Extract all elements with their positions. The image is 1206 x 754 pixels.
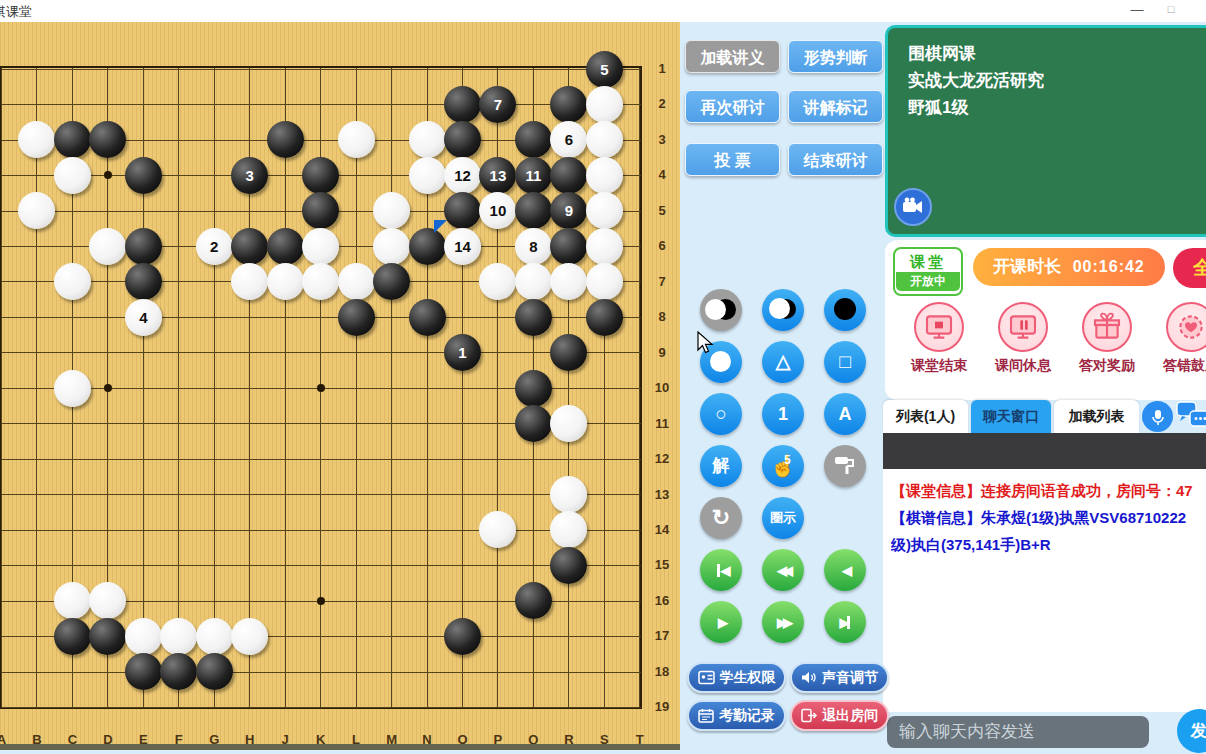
white-stone-G17[interactable]	[196, 618, 233, 655]
coord-row-19: 19	[648, 699, 676, 714]
black-stone-O2[interactable]	[444, 86, 481, 123]
refresh-button[interactable]: ↻	[700, 497, 742, 539]
black-stone-Q5[interactable]	[515, 192, 552, 229]
quan-shi-button[interactable]: 圈示	[762, 497, 804, 539]
black-stone-glyph	[834, 298, 856, 320]
coord-row-18: 18	[648, 664, 676, 679]
white-stone-D6[interactable]	[89, 228, 126, 265]
white-stone-L7[interactable]	[338, 263, 375, 300]
white-stone-C10[interactable]	[54, 370, 91, 407]
explain-mark-button[interactable]: 讲解标记	[788, 90, 883, 123]
black-stone-E4[interactable]	[125, 157, 162, 194]
white-stone-glyph	[769, 298, 790, 319]
white-stone-L3[interactable]	[338, 121, 375, 158]
chat-message-kifu-1: 【棋谱信息】朱承煜(1级)执黑VSV68710222	[891, 504, 1205, 531]
id-card-icon	[698, 670, 715, 685]
vote-button[interactable]: 投 票	[685, 143, 780, 176]
exit-room-button[interactable]: 退出房间	[790, 700, 889, 731]
paint-roller-button[interactable]	[824, 445, 866, 487]
estimate-button[interactable]: 形势判断	[788, 40, 883, 73]
calendar-icon	[698, 708, 714, 723]
step-back-button[interactable]: ◀	[824, 549, 866, 591]
mark-letter-button[interactable]: A	[824, 393, 866, 435]
white-stone-glyph	[705, 299, 726, 320]
classroom-open-badge: 课堂 开放中	[893, 247, 963, 296]
black-stone-J3[interactable]	[267, 121, 304, 158]
duration-value: 00:16:42	[1073, 258, 1145, 275]
coord-row-16: 16	[648, 593, 676, 608]
move-8-stone-Q6[interactable]: 8	[515, 228, 552, 265]
black-stone-L8[interactable]	[338, 299, 375, 336]
move-1-stone-O9[interactable]: 1	[444, 334, 481, 371]
mark-circle-button[interactable]: ○	[700, 393, 742, 435]
white-stone-S4[interactable]	[586, 157, 623, 194]
black-stone-C17[interactable]	[54, 618, 91, 655]
black-stone-R6[interactable]	[550, 228, 587, 265]
fast-forward-button[interactable]: ▶▶	[762, 601, 804, 643]
black-stone-N6[interactable]	[409, 228, 446, 265]
attendance-record-button[interactable]: 考勤记录	[687, 700, 786, 731]
coord-row-9: 9	[648, 345, 676, 360]
black-stone-E7[interactable]	[125, 263, 162, 300]
coord-row-4: 4	[648, 167, 676, 182]
coord-row-15: 15	[648, 557, 676, 572]
course-level: 野狐1级	[908, 94, 1206, 121]
chat-header-bar	[883, 433, 1206, 469]
tab-chat-window[interactable]: 聊天窗口	[971, 400, 1051, 433]
move-5-stone-S1[interactable]: 5	[586, 51, 623, 88]
chat-input[interactable]	[887, 716, 1149, 748]
end-class-button[interactable]: 课堂结束	[897, 302, 981, 375]
black-stone-N8[interactable]	[409, 299, 446, 336]
star-point	[317, 597, 325, 605]
reward-correct-button[interactable]: 答对奖励	[1065, 302, 1149, 375]
coord-row-13: 13	[648, 487, 676, 502]
break-button[interactable]: 课间休息	[981, 302, 1065, 375]
fast-back-button[interactable]: ◀◀	[762, 549, 804, 591]
heart-badge-icon	[1166, 302, 1206, 352]
maximize-button[interactable]: □	[1156, 0, 1186, 21]
white-stone-J7[interactable]	[267, 263, 304, 300]
coord-row-2: 2	[648, 96, 676, 111]
black-stone-G18[interactable]	[196, 653, 233, 690]
speaker-icon	[801, 670, 817, 685]
right-panel: 加载讲义 形势判断 再次研讨 讲解标记 投 票 结束研讨 围棋网课 实战大龙死活…	[680, 22, 1206, 754]
white-stone-S7[interactable]	[586, 263, 623, 300]
chat-bubbles-icon[interactable]	[1176, 399, 1206, 433]
chat-message-kifu-2: 级)执白(375,141手)B+R	[891, 531, 1205, 558]
white-stone-S5[interactable]	[586, 192, 623, 229]
white-stone-N4[interactable]	[409, 157, 446, 194]
current-move-marker	[434, 220, 447, 233]
tab-member-list[interactable]: 列表(1人)	[883, 400, 968, 433]
move-12-stone-O4[interactable]: 12	[444, 157, 481, 194]
camera-glyph	[896, 190, 930, 224]
move-2-stone-G6[interactable]: 2	[196, 228, 233, 265]
class-duration-pill: 开课时长 00:16:42	[973, 248, 1165, 286]
monitor-pause-icon	[998, 302, 1048, 352]
voice-icon[interactable]	[1142, 401, 1173, 432]
white-stone-M6[interactable]	[373, 228, 410, 265]
exit-icon	[801, 708, 817, 723]
black-stone-Q10[interactable]	[515, 370, 552, 407]
play-forward-button[interactable]: ▶	[700, 601, 742, 643]
coord-row-6: 6	[648, 238, 676, 253]
go-end-button[interactable]: ▶	[824, 601, 866, 643]
black-stone-E18[interactable]	[125, 653, 162, 690]
mark-triangle-button[interactable]: △	[762, 341, 804, 383]
jie-button-button[interactable]: 解	[700, 445, 742, 487]
window-title: 棋课堂	[0, 3, 32, 21]
white-stone-K6[interactable]	[302, 228, 339, 265]
black-stone-S8[interactable]	[586, 299, 623, 336]
move-14-stone-O6[interactable]: 14	[444, 228, 481, 265]
white-stone-N3[interactable]	[409, 121, 446, 158]
stone-alternate-button[interactable]	[700, 289, 742, 331]
status-card: 课堂 开放中 开课时长 00:16:42 全 课堂结束 课间休息 答对奖励	[885, 240, 1206, 400]
black-stone-O17[interactable]	[444, 618, 481, 655]
black-stone-Q11[interactable]	[515, 405, 552, 442]
chat-message-area: 【课堂信息】连接房间语音成功，房间号：47 【棋谱信息】朱承煜(1级)执黑VSV…	[883, 469, 1206, 712]
end-discuss-button[interactable]: 结束研讨	[788, 143, 883, 176]
mark-number-button[interactable]: 1	[762, 393, 804, 435]
minimize-button[interactable]: —	[1122, 0, 1152, 21]
title-bar: 棋课堂 — □	[0, 0, 1206, 23]
move-4-stone-E8[interactable]: 4	[125, 299, 162, 336]
black-stone-Q16[interactable]	[515, 582, 552, 619]
course-subtitle: 实战大龙死活研究	[908, 67, 1206, 94]
coord-row-7: 7	[648, 274, 676, 289]
hand-count-button[interactable]: ☝5	[762, 445, 804, 487]
encourage-wrong-button[interactable]: 答错鼓励	[1149, 302, 1206, 375]
camera-icon[interactable]	[894, 188, 932, 226]
white-stone-E17[interactable]	[125, 618, 162, 655]
stone-white-tool-button[interactable]	[762, 289, 804, 331]
white-stone-C7[interactable]	[54, 263, 91, 300]
coord-row-1: 1	[648, 61, 676, 76]
white-stone-S6[interactable]	[586, 228, 623, 265]
badge-open-label: 开放中	[896, 272, 960, 291]
black-stone-J6[interactable]	[267, 228, 304, 265]
coord-row-12: 12	[648, 451, 676, 466]
re-discuss-button[interactable]: 再次研讨	[685, 90, 780, 123]
course-title: 围棋网课	[908, 40, 1206, 67]
chat-message-system: 【课堂信息】连接房间语音成功，房间号：47	[891, 477, 1205, 504]
coord-row-5: 5	[648, 203, 676, 218]
coord-row-3: 3	[648, 132, 676, 147]
fullscreen-button[interactable]: 全	[1173, 248, 1206, 288]
move-3-stone-H4[interactable]: 3	[231, 157, 268, 194]
student-permission-button[interactable]: 学生权限	[687, 662, 786, 693]
badge-classroom-label: 课堂	[895, 249, 961, 272]
roller-glyph	[832, 453, 858, 479]
volume-adjust-button[interactable]: 声音调节	[790, 662, 889, 693]
white-stone-F17[interactable]	[160, 618, 197, 655]
load-handout-button[interactable]: 加载讲义	[685, 40, 780, 73]
coord-row-10: 10	[648, 380, 676, 395]
black-stone-D17[interactable]	[89, 618, 126, 655]
black-stone-E6[interactable]	[125, 228, 162, 265]
move-11-stone-Q4[interactable]: 11	[515, 157, 552, 194]
white-stone-C4[interactable]	[54, 157, 91, 194]
white-stone-H17[interactable]	[231, 618, 268, 655]
board-bottom-edge	[0, 744, 680, 750]
white-stone-S3[interactable]	[586, 121, 623, 158]
black-stone-Q8[interactable]	[515, 299, 552, 336]
tab-load-list[interactable]: 加载列表	[1054, 400, 1139, 433]
go-start-button[interactable]: ◀	[700, 549, 742, 591]
coord-row-11: 11	[648, 416, 676, 431]
coord-row-17: 17	[648, 628, 676, 643]
monitor-stop-icon	[914, 302, 964, 352]
coord-row-8: 8	[648, 309, 676, 324]
star-point	[104, 384, 112, 392]
black-stone-K4[interactable]	[302, 157, 339, 194]
hand-count-number: 5	[784, 454, 791, 466]
go-board[interactable]: ABCDEFGHJKLMNOPQRST123456789101112131415…	[0, 22, 680, 748]
black-stone-H6[interactable]	[231, 228, 268, 265]
coord-row-14: 14	[648, 522, 676, 537]
send-button[interactable]: 发	[1177, 709, 1206, 753]
star-point	[317, 384, 325, 392]
gift-icon	[1082, 302, 1132, 352]
white-stone-Q7[interactable]	[515, 263, 552, 300]
mouse-cursor	[697, 331, 714, 359]
stone-black-tool-button[interactable]	[824, 289, 866, 331]
video-blackboard: 围棋网课 实战大龙死活研究 野狐1级	[885, 25, 1206, 237]
mark-square-button[interactable]: □	[824, 341, 866, 383]
duration-label: 开课时长	[993, 257, 1061, 276]
black-stone-R4[interactable]	[550, 157, 587, 194]
white-stone-S2[interactable]	[586, 86, 623, 123]
